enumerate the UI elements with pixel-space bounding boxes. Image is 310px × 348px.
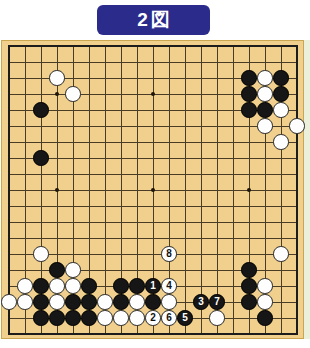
star-point [55,92,59,96]
figure-title: 2図 [134,7,173,33]
stone-white [257,294,273,310]
stone-white [1,294,17,310]
stone-black [33,278,49,294]
stone-black [49,262,65,278]
stone-black [33,150,49,166]
stone-white [257,86,273,102]
stone-white [49,70,65,86]
stone-white-move-2: 2 [145,310,161,326]
stone-black [257,310,273,326]
stone-black [241,262,257,278]
stone-black [241,294,257,310]
star-point [55,188,59,192]
stone-white [289,118,305,134]
stone-white [97,310,113,326]
stone-black [113,294,129,310]
stone-white [257,70,273,86]
stone-black [81,278,97,294]
star-point [151,188,155,192]
stone-black [65,310,81,326]
star-point [247,188,251,192]
stone-black-move-3: 3 [193,294,209,310]
stone-white [257,118,273,134]
stone-white [17,294,33,310]
stone-black-move-5: 5 [177,310,193,326]
stone-black [129,278,145,294]
stone-black [33,102,49,118]
stone-white [209,310,225,326]
stone-black [33,294,49,310]
stone-white [257,278,273,294]
stone-black [81,294,97,310]
stone-white [129,310,145,326]
stone-white [273,246,289,262]
star-point [151,92,155,96]
stone-black [113,278,129,294]
stone-white [161,294,177,310]
stone-black [257,102,273,118]
stone-black [241,70,257,86]
stone-black [81,310,97,326]
stone-white [33,246,49,262]
stone-black [241,86,257,102]
stone-black [49,310,65,326]
board-stones-layer: 81437265 [1,38,305,342]
stone-white [129,294,145,310]
stone-white [113,310,129,326]
stone-white [17,278,33,294]
stone-white [273,102,289,118]
stone-white [49,294,65,310]
go-diagram-page: 2図 81437265 [0,0,310,348]
stone-black [241,102,257,118]
stone-black [145,294,161,310]
stone-white [65,262,81,278]
stone-black [33,310,49,326]
stone-black [65,294,81,310]
stone-black [273,70,289,86]
stone-black-move-1: 1 [145,278,161,294]
stone-white [273,134,289,150]
stone-white [65,86,81,102]
stone-white [49,278,65,294]
stone-white-move-8: 8 [161,246,177,262]
stone-black [241,278,257,294]
stone-white [65,278,81,294]
stone-black-move-7: 7 [209,294,225,310]
stone-white [97,294,113,310]
stone-white-move-4: 4 [161,278,177,294]
figure-title-badge: 2図 [97,5,210,35]
stone-black [273,86,289,102]
stone-white-move-6: 6 [161,310,177,326]
